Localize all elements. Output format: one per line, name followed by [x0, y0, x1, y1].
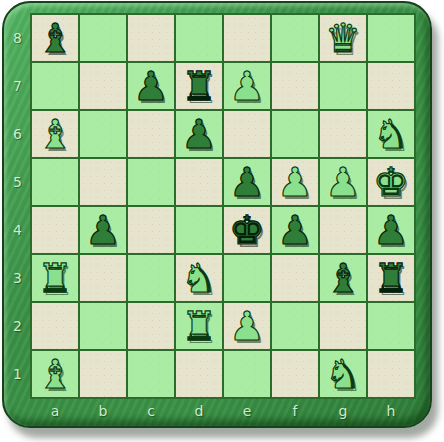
square-e7[interactable]: ♟	[224, 63, 270, 109]
rank-label-5: 5	[7, 159, 28, 205]
square-e2[interactable]: ♟	[224, 303, 270, 349]
square-f7[interactable]	[272, 63, 318, 109]
piece-black-pawn[interactable]: ♟	[368, 207, 414, 253]
square-e6[interactable]	[224, 111, 270, 157]
piece-white-knight[interactable]: ♞	[368, 111, 414, 157]
square-h5[interactable]: ♚	[368, 159, 414, 205]
piece-black-rook[interactable]: ♜	[176, 63, 222, 109]
rank-label-2: 2	[7, 303, 28, 349]
file-label-c: c	[128, 400, 174, 422]
rank-label-8: 8	[7, 15, 28, 61]
file-label-g: g	[320, 400, 366, 422]
square-f8[interactable]	[272, 15, 318, 61]
piece-black-pawn[interactable]: ♟	[224, 159, 270, 205]
square-g2[interactable]	[320, 303, 366, 349]
square-c3[interactable]	[128, 255, 174, 301]
square-a2[interactable]	[32, 303, 78, 349]
square-c6[interactable]	[128, 111, 174, 157]
square-b8[interactable]	[80, 15, 126, 61]
square-b1[interactable]	[80, 351, 126, 397]
square-h7[interactable]	[368, 63, 414, 109]
piece-white-knight[interactable]: ♞	[320, 351, 366, 397]
square-b4[interactable]: ♟	[80, 207, 126, 253]
square-h8[interactable]	[368, 15, 414, 61]
square-d4[interactable]	[176, 207, 222, 253]
square-e8[interactable]	[224, 15, 270, 61]
square-e4[interactable]: ♚	[224, 207, 270, 253]
square-d7[interactable]: ♜	[176, 63, 222, 109]
square-c8[interactable]	[128, 15, 174, 61]
rank-label-1: 1	[7, 351, 28, 397]
square-f6[interactable]	[272, 111, 318, 157]
square-h4[interactable]: ♟	[368, 207, 414, 253]
square-e1[interactable]	[224, 351, 270, 397]
square-a3[interactable]: ♜	[32, 255, 78, 301]
square-d8[interactable]	[176, 15, 222, 61]
piece-black-bishop[interactable]: ♝	[32, 15, 78, 61]
file-label-h: h	[368, 400, 414, 422]
square-c4[interactable]	[128, 207, 174, 253]
piece-white-rook[interactable]: ♜	[32, 255, 78, 301]
square-h3[interactable]: ♜	[368, 255, 414, 301]
rank-label-4: 4	[7, 207, 28, 253]
square-b2[interactable]	[80, 303, 126, 349]
square-g8[interactable]: ♛	[320, 15, 366, 61]
square-g6[interactable]	[320, 111, 366, 157]
square-f3[interactable]	[272, 255, 318, 301]
piece-white-pawn[interactable]: ♟	[224, 63, 270, 109]
square-g1[interactable]: ♞	[320, 351, 366, 397]
square-d1[interactable]	[176, 351, 222, 397]
square-a7[interactable]	[32, 63, 78, 109]
piece-white-pawn[interactable]: ♟	[272, 159, 318, 205]
piece-white-bishop[interactable]: ♝	[32, 111, 78, 157]
piece-white-king[interactable]: ♚	[368, 159, 414, 205]
square-d5[interactable]	[176, 159, 222, 205]
square-h6[interactable]: ♞	[368, 111, 414, 157]
rank-labels: 87654321	[7, 15, 28, 397]
square-d2[interactable]: ♜	[176, 303, 222, 349]
square-b6[interactable]	[80, 111, 126, 157]
piece-black-pawn[interactable]: ♟	[80, 207, 126, 253]
piece-white-pawn[interactable]: ♟	[224, 303, 270, 349]
file-label-f: f	[272, 400, 318, 422]
square-g7[interactable]	[320, 63, 366, 109]
square-c2[interactable]	[128, 303, 174, 349]
square-g4[interactable]	[320, 207, 366, 253]
file-label-a: a	[32, 400, 78, 422]
piece-white-rook[interactable]: ♜	[176, 303, 222, 349]
piece-white-queen[interactable]: ♛	[320, 15, 366, 61]
piece-black-pawn[interactable]: ♟	[128, 63, 174, 109]
square-c5[interactable]	[128, 159, 174, 205]
square-g5[interactable]: ♟	[320, 159, 366, 205]
file-label-b: b	[80, 400, 126, 422]
square-e3[interactable]	[224, 255, 270, 301]
piece-white-bishop[interactable]: ♝	[32, 351, 78, 397]
file-label-d: d	[176, 400, 222, 422]
piece-white-knight[interactable]: ♞	[176, 255, 222, 301]
piece-black-king[interactable]: ♚	[224, 207, 270, 253]
square-a5[interactable]	[32, 159, 78, 205]
square-b5[interactable]	[80, 159, 126, 205]
piece-black-bishop[interactable]: ♝	[320, 255, 366, 301]
piece-black-pawn[interactable]: ♟	[272, 207, 318, 253]
square-f5[interactable]: ♟	[272, 159, 318, 205]
square-f1[interactable]	[272, 351, 318, 397]
rank-label-3: 3	[7, 255, 28, 301]
square-f2[interactable]	[272, 303, 318, 349]
square-h1[interactable]	[368, 351, 414, 397]
square-a8[interactable]: ♝	[32, 15, 78, 61]
file-labels: abcdefgh	[32, 400, 414, 422]
square-a6[interactable]: ♝	[32, 111, 78, 157]
square-a1[interactable]: ♝	[32, 351, 78, 397]
square-c7[interactable]: ♟	[128, 63, 174, 109]
square-g3[interactable]: ♝	[320, 255, 366, 301]
square-b7[interactable]	[80, 63, 126, 109]
square-d3[interactable]: ♞	[176, 255, 222, 301]
square-c1[interactable]	[128, 351, 174, 397]
rank-label-6: 6	[7, 111, 28, 157]
square-h2[interactable]	[368, 303, 414, 349]
board: ♝♛♟♜♟♝♟♞♟♟♟♚♟♚♟♟♜♞♝♜♜♟♝♞	[30, 13, 416, 399]
piece-black-rook[interactable]: ♜	[368, 255, 414, 301]
rank-label-7: 7	[7, 63, 28, 109]
square-b3[interactable]	[80, 255, 126, 301]
square-f4[interactable]: ♟	[272, 207, 318, 253]
file-label-e: e	[224, 400, 270, 422]
piece-white-pawn[interactable]: ♟	[320, 159, 366, 205]
piece-black-pawn[interactable]: ♟	[176, 111, 222, 157]
square-d6[interactable]: ♟	[176, 111, 222, 157]
square-e5[interactable]: ♟	[224, 159, 270, 205]
square-a4[interactable]	[32, 207, 78, 253]
